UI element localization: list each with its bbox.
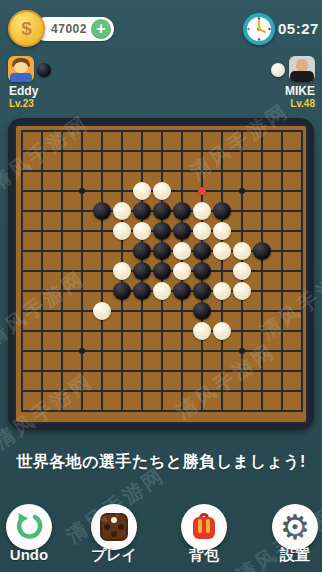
white-stone: [113, 262, 131, 280]
black-stone: [253, 242, 271, 260]
gear-icon: ⚙: [272, 504, 318, 550]
game-screen: 47002 + $ 05:27 Eddy Lv.23 MIKE Lv.48 世界…: [0, 0, 322, 572]
undo-arrow-icon: [6, 504, 52, 550]
settings-button[interactable]: ⚙: [272, 504, 318, 550]
white-stone: [213, 242, 231, 260]
black-stone: [173, 222, 191, 240]
black-stone: [193, 242, 211, 260]
black-stone: [173, 282, 191, 300]
backpack-label[interactable]: 背包: [174, 546, 234, 565]
star-point: [79, 348, 85, 354]
coin-icon: $: [8, 10, 45, 47]
play-label[interactable]: プレイ: [84, 546, 144, 565]
last-move-marker: [198, 187, 206, 195]
white-stone: [193, 322, 211, 340]
white-stone: [193, 222, 211, 240]
player-left-name: Eddy: [9, 84, 38, 98]
clock-icon: [243, 13, 275, 45]
white-stone: [153, 182, 171, 200]
white-stone: [173, 262, 191, 280]
black-stone: [113, 282, 131, 300]
coin-amount: 47002: [46, 22, 92, 36]
white-stone: [233, 282, 251, 300]
black-stone: [133, 262, 151, 280]
star-point: [239, 188, 245, 194]
white-stone: [93, 302, 111, 320]
black-stone: [93, 202, 111, 220]
timer-value: 05:27: [278, 20, 322, 37]
promo-banner-text: 世界各地の選手たちと勝負しましょう!: [0, 452, 322, 473]
black-stone: [193, 262, 211, 280]
white-stone: [213, 282, 231, 300]
black-stone: [193, 302, 211, 320]
board-frame: [8, 118, 314, 430]
black-stone: [133, 202, 151, 220]
avatar-face: [14, 62, 28, 73]
white-stone: [213, 222, 231, 240]
player-right-level: Lv.48: [290, 98, 315, 109]
avatar-shirt: [10, 73, 32, 82]
add-coins-button[interactable]: +: [91, 19, 111, 39]
black-stone: [193, 282, 211, 300]
player-right-avatar[interactable]: [289, 56, 315, 82]
black-stone: [133, 242, 151, 260]
white-stone: [133, 182, 151, 200]
white-stone: [233, 262, 251, 280]
white-stone: [233, 242, 251, 260]
gomoku-board-icon: [100, 513, 128, 541]
white-stone: [153, 282, 171, 300]
avatar-shirt: [290, 71, 314, 82]
player-left-level: Lv.23: [9, 98, 34, 109]
player-left-stone-indicator: [37, 63, 51, 77]
black-stone: [153, 202, 171, 220]
white-stone: [113, 202, 131, 220]
player-left-avatar[interactable]: [8, 56, 34, 82]
board-grid[interactable]: [14, 124, 308, 424]
black-stone: [133, 282, 151, 300]
black-stone: [173, 202, 191, 220]
black-stone: [153, 242, 171, 260]
black-stone: [213, 202, 231, 220]
black-stone: [153, 222, 171, 240]
white-stone: [173, 242, 191, 260]
player-right-stone-indicator: [271, 63, 285, 77]
settings-label[interactable]: 設置: [265, 546, 322, 565]
player-right-name: MIKE: [285, 84, 315, 98]
undo-label[interactable]: Undo: [0, 546, 58, 563]
white-stone: [193, 202, 211, 220]
black-stone: [153, 262, 171, 280]
play-button[interactable]: [91, 504, 137, 550]
coin-balance-pill[interactable]: 47002 +: [34, 17, 114, 41]
undo-button[interactable]: [6, 504, 52, 550]
white-stone: [133, 222, 151, 240]
backpack-button[interactable]: [181, 504, 227, 550]
white-stone: [113, 222, 131, 240]
star-point: [79, 188, 85, 194]
star-point: [239, 348, 245, 354]
white-stone: [213, 322, 231, 340]
